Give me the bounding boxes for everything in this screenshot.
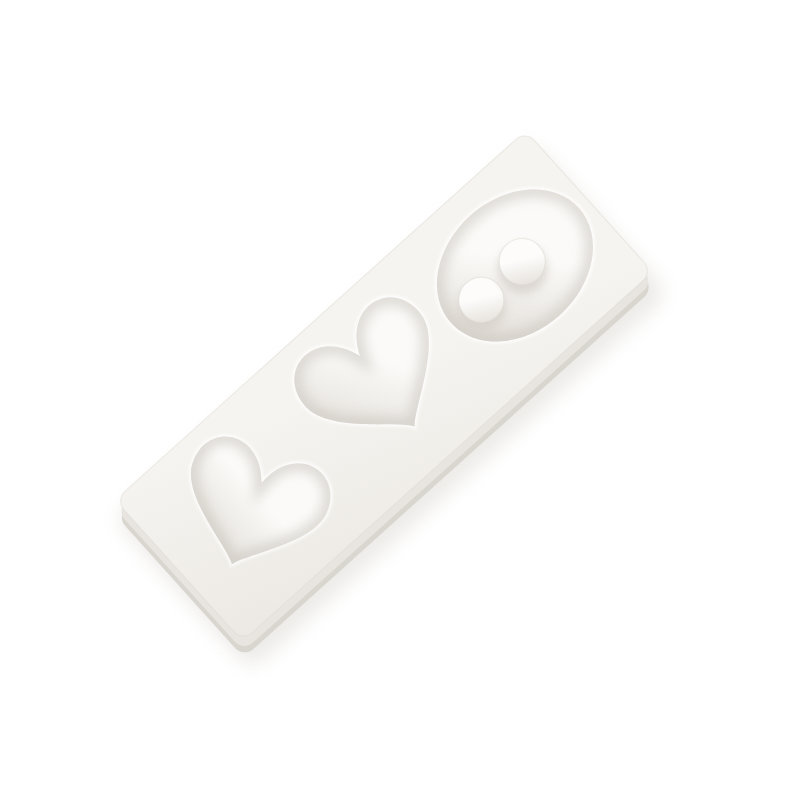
silicone-mold-photo: White three-cavity silicone fondant mold… [0,0,800,800]
product-photo-stage: White three-cavity silicone fondant mold… [0,0,800,800]
